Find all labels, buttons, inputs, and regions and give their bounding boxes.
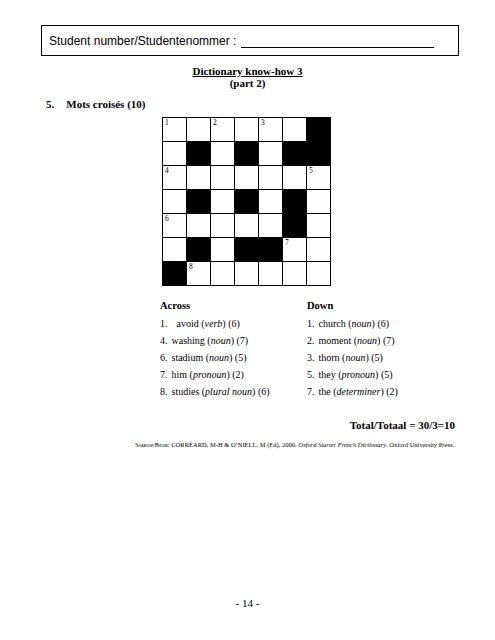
grid-cell <box>235 118 259 142</box>
grid-cell <box>283 118 307 142</box>
grid-cell <box>235 214 259 238</box>
heading-subtitle: (part 2) <box>230 77 266 89</box>
worksheet-page: Student number/Studentenommer : Dictiona… <box>0 0 495 640</box>
grid-cell <box>259 166 283 190</box>
grid-cell <box>307 190 331 214</box>
clue-text: thorn ( <box>319 352 346 363</box>
grid-cell <box>163 238 187 262</box>
grid-cell-black <box>187 142 211 166</box>
clue-pos: noun <box>357 335 377 346</box>
heading-title: Dictionary know-how 3 <box>192 65 302 77</box>
cell-clue-number: 6 <box>165 215 169 223</box>
grid-cell-black <box>235 238 259 262</box>
grid-cell: 2 <box>211 118 235 142</box>
cell-clue-number: 8 <box>189 263 193 271</box>
clue-number: 3. <box>307 352 315 363</box>
across-clues: Across 1. avoid (verb) (6) 4.washing (no… <box>160 300 270 404</box>
clue-text: the ( <box>319 386 337 397</box>
clue-text: moment ( <box>319 335 358 346</box>
clue-down-3: 3.thorn (noun) (5) <box>307 353 398 363</box>
grid-cell <box>187 166 211 190</box>
clue-across-6: 6.stadium (noun) (5) <box>160 353 270 363</box>
grid-cell-black <box>163 262 187 286</box>
grid-cell-black <box>235 190 259 214</box>
source-book-title: Oxford Starter French Dictionary <box>298 441 386 448</box>
grid-cell <box>211 190 235 214</box>
cell-clue-number: 5 <box>309 167 313 175</box>
source-text: Source/Bron: CORRÉARD, M-H & O’NIELL, M … <box>135 441 298 448</box>
grid-cell: 5 <box>307 166 331 190</box>
grid-cell <box>283 166 307 190</box>
clue-pos: noun <box>352 318 372 329</box>
clue-across-8: 8.studies (plural noun) (6) <box>160 387 270 397</box>
clue-length: ) (6) <box>372 318 390 329</box>
down-clues: Down 1.church (noun) (6) 2.moment (noun)… <box>307 300 398 404</box>
question-number: 5. <box>46 98 54 110</box>
grid-cell-black <box>307 142 331 166</box>
grid-cell <box>259 214 283 238</box>
clue-pos: noun <box>345 352 365 363</box>
clue-text: they ( <box>319 369 342 380</box>
grid-cell-black <box>187 190 211 214</box>
clue-text: him ( <box>172 369 193 380</box>
clue-number: 8. <box>160 386 168 397</box>
grid-cell <box>259 190 283 214</box>
grid-cell <box>211 166 235 190</box>
question-title: Mots croisés (10) <box>66 98 145 110</box>
cell-clue-number: 4 <box>165 167 169 175</box>
clue-pos: pronoun <box>193 369 227 380</box>
grid-cell <box>187 118 211 142</box>
cell-clue-number: 2 <box>213 119 217 127</box>
clue-pos: plural noun <box>205 386 252 397</box>
clue-number: 2. <box>307 335 315 346</box>
clue-length: ) (5) <box>229 352 247 363</box>
grid-cell-black <box>235 142 259 166</box>
clue-length: ) (6) <box>222 318 240 329</box>
cell-clue-number: 3 <box>261 119 265 127</box>
grid-cell-black <box>283 190 307 214</box>
source-line: Source/Bron: CORRÉARD, M-H & O’NIELL, M … <box>135 441 454 448</box>
grid-cell: 1 <box>163 118 187 142</box>
clue-pos: pronoun <box>342 369 376 380</box>
grid-cell: 3 <box>259 118 283 142</box>
clue-length: ) (5) <box>375 369 393 380</box>
grid-cell-black <box>283 214 307 238</box>
across-title: Across <box>160 300 270 311</box>
cell-clue-number: 7 <box>285 239 289 247</box>
grid-cell <box>259 142 283 166</box>
question-line: 5.Mots croisés (10) <box>46 98 145 110</box>
grid-cell <box>235 262 259 286</box>
source-publisher: . Oxford University Press. <box>386 441 454 448</box>
grid-cell <box>211 214 235 238</box>
student-number-blank-line <box>241 33 434 48</box>
cell-clue-number: 1 <box>165 119 169 127</box>
student-number-label: Student number/Studentenommer : <box>49 34 236 48</box>
clue-text: washing ( <box>172 335 211 346</box>
clue-pos: verb <box>205 318 223 329</box>
clue-number: 7. <box>307 386 315 397</box>
clue-text: stadium ( <box>172 352 210 363</box>
grid-cell <box>211 142 235 166</box>
clue-down-2: 2.moment (noun) (7) <box>307 336 398 346</box>
clue-down-7: 7.the (determiner) (2) <box>307 387 398 397</box>
grid-cell <box>307 262 331 286</box>
clue-number: 6. <box>160 352 168 363</box>
clue-down-5: 5.they (pronoun) (5) <box>307 370 398 380</box>
crossword-grid: 12345678 <box>162 117 331 286</box>
grid-cell: 4 <box>163 166 187 190</box>
clue-length: ) (2) <box>226 369 244 380</box>
grid-cell <box>307 238 331 262</box>
grid-cell-black <box>283 142 307 166</box>
worksheet-heading: Dictionary know-how 3 (part 2) <box>0 65 495 89</box>
clue-text: avoid ( <box>172 318 205 329</box>
grid-cell: 8 <box>187 262 211 286</box>
clue-length: ) (2) <box>380 386 398 397</box>
clue-across-7: 7.him (pronoun) (2) <box>160 370 270 380</box>
grid-cell <box>163 190 187 214</box>
grid-cell-black <box>307 118 331 142</box>
clue-number: 1. <box>307 318 315 329</box>
grid-cell <box>307 214 331 238</box>
clue-text: studies ( <box>172 386 206 397</box>
clue-down-1: 1.church (noun) (6) <box>307 319 398 329</box>
clue-across-1: 1. avoid (verb) (6) <box>160 319 270 329</box>
clue-length: ) (5) <box>365 352 383 363</box>
clue-text: church ( <box>319 318 352 329</box>
grid-cell <box>211 238 235 262</box>
clue-pos: determiner <box>337 386 381 397</box>
total-line: Total/Totaal = 30/3=10 <box>350 419 455 431</box>
student-number-box: Student number/Studentenommer : <box>41 25 459 56</box>
grid-cell <box>235 166 259 190</box>
clue-length: ) (7) <box>377 335 395 346</box>
grid-cell <box>259 262 283 286</box>
clue-pos: noun <box>211 335 231 346</box>
grid-cell: 6 <box>163 214 187 238</box>
clue-number: 1. <box>160 318 168 329</box>
grid-cell-black <box>259 238 283 262</box>
grid-cell <box>187 214 211 238</box>
page-number: - 14 - <box>0 597 495 609</box>
grid-cell <box>163 142 187 166</box>
clue-number: 5. <box>307 369 315 380</box>
grid-cell <box>283 262 307 286</box>
clue-number: 7. <box>160 369 168 380</box>
down-title: Down <box>307 300 398 311</box>
clue-pos: noun <box>209 352 229 363</box>
clue-across-4: 4.washing (noun) (7) <box>160 336 270 346</box>
grid-cell: 7 <box>283 238 307 262</box>
clue-number: 4. <box>160 335 168 346</box>
clue-length: ) (7) <box>231 335 249 346</box>
grid-cell-black <box>187 238 211 262</box>
clue-length: ) (6) <box>252 386 270 397</box>
grid-cell <box>211 262 235 286</box>
